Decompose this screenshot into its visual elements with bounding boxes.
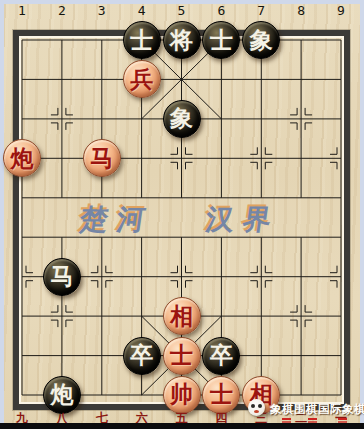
piece-black-elephant[interactable]: 象: [163, 100, 201, 138]
piece-black-elephant[interactable]: 象: [242, 21, 280, 59]
piece-black-soldier[interactable]: 卒: [123, 337, 161, 375]
piece-black-soldier[interactable]: 卒: [202, 337, 240, 375]
piece-black-horse[interactable]: 马: [43, 258, 81, 296]
piece-black-cannon[interactable]: 炮: [43, 376, 81, 414]
river-text-left: 楚河: [77, 201, 156, 239]
piece-black-general[interactable]: 将: [163, 21, 201, 59]
file-label-top: 8: [291, 3, 311, 18]
piece-red-elephant[interactable]: 相: [163, 297, 201, 335]
watermark-underline: [308, 418, 317, 420]
piece-black-advisor[interactable]: 士: [123, 21, 161, 59]
file-label-top: 7: [251, 3, 271, 18]
file-label-top: 5: [172, 3, 192, 18]
piece-red-general[interactable]: 帅: [163, 376, 201, 414]
watermark-text: 象棋围棋国际象棋: [270, 402, 364, 417]
piece-red-horse[interactable]: 马: [83, 139, 121, 177]
xiangqi-board-screenshot: 123456789 楚河 汉界 士将士象兵象炮马马相卒士卒炮帅士相 九八七六五四…: [0, 0, 364, 429]
bottom-band: [0, 423, 364, 429]
file-label-top: 1: [12, 3, 32, 18]
file-label-top: 3: [92, 3, 112, 18]
watermark-logo-icon: [248, 399, 265, 416]
watermark: 象棋围棋国际象棋: [244, 397, 364, 423]
river-text-right: 汉界: [203, 201, 282, 239]
piece-red-soldier[interactable]: 兵: [123, 60, 161, 98]
file-label-top: 2: [52, 3, 72, 18]
file-label-top: 4: [132, 3, 152, 18]
piece-red-advisor[interactable]: 士: [163, 337, 201, 375]
watermark-underline: [338, 418, 347, 420]
watermark-underline: [282, 418, 291, 420]
file-label-top: 6: [211, 3, 231, 18]
file-label-top: 9: [331, 3, 351, 18]
